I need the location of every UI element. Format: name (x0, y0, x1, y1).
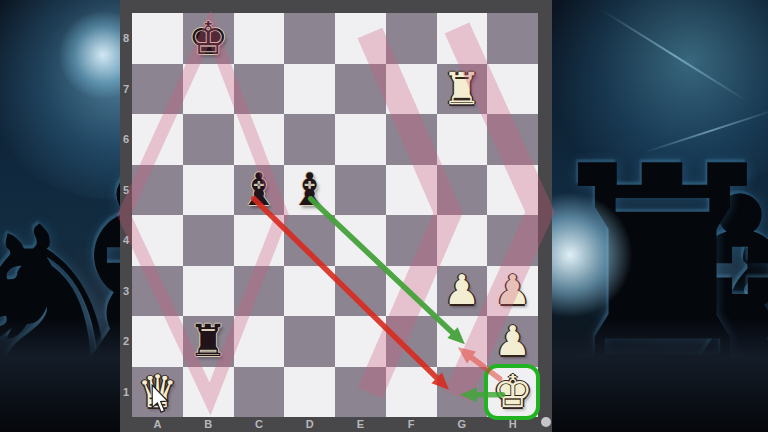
rank-label-7: 7 (120, 83, 132, 95)
square-f4[interactable] (386, 215, 437, 266)
square-d2[interactable] (284, 316, 335, 367)
square-g5[interactable] (437, 165, 488, 216)
file-label-e: E (357, 418, 364, 430)
square-e1[interactable] (335, 367, 386, 418)
square-h5[interactable] (487, 165, 538, 216)
square-d8[interactable] (284, 13, 335, 64)
square-d3[interactable] (284, 266, 335, 317)
piece-white-pawn-h3[interactable]: ♟ (487, 266, 538, 317)
square-e6[interactable] (335, 114, 386, 165)
file-label-h: H (509, 418, 517, 430)
rank-label-4: 4 (120, 234, 132, 246)
piece-black-king-b8[interactable]: ♚ (183, 13, 234, 64)
rank-label-6: 6 (120, 133, 132, 145)
file-label-c: C (255, 418, 263, 430)
rank-label-5: 5 (120, 184, 132, 196)
square-d6[interactable] (284, 114, 335, 165)
highlight-h1 (484, 364, 540, 420)
square-f2[interactable] (386, 316, 437, 367)
square-e8[interactable] (335, 13, 386, 64)
piece-white-pawn-h2[interactable]: ♟ (487, 316, 538, 367)
piece-white-rook-g7[interactable]: ♜ (437, 64, 488, 115)
square-g4[interactable] (437, 215, 488, 266)
square-b4[interactable] (183, 215, 234, 266)
square-g8[interactable] (437, 13, 488, 64)
square-c4[interactable] (234, 215, 285, 266)
chess-board[interactable]: ♚♜♝♝♟♟♜♟♛♚ (132, 13, 538, 417)
square-d7[interactable] (284, 64, 335, 115)
square-c7[interactable] (234, 64, 285, 115)
square-e3[interactable] (335, 266, 386, 317)
screenshot-root: { "game": "chess", "position": { "fen": … (0, 0, 768, 432)
piece-black-bishop-d5[interactable]: ♝ (284, 165, 335, 216)
square-a4[interactable] (132, 215, 183, 266)
rank-label-1: 1 (120, 386, 132, 398)
square-g2[interactable] (437, 316, 488, 367)
square-d4[interactable] (284, 215, 335, 266)
square-e2[interactable] (335, 316, 386, 367)
piece-black-bishop-c5[interactable]: ♝ (234, 165, 285, 216)
square-h6[interactable] (487, 114, 538, 165)
square-f8[interactable] (386, 13, 437, 64)
square-h7[interactable] (487, 64, 538, 115)
file-label-b: B (204, 418, 212, 430)
square-d1[interactable] (284, 367, 335, 418)
square-b3[interactable] (183, 266, 234, 317)
square-e5[interactable] (335, 165, 386, 216)
square-b5[interactable] (183, 165, 234, 216)
square-b6[interactable] (183, 114, 234, 165)
square-g1[interactable] (437, 367, 488, 418)
square-f1[interactable] (386, 367, 437, 418)
square-e4[interactable] (335, 215, 386, 266)
square-a5[interactable] (132, 165, 183, 216)
square-h8[interactable] (487, 13, 538, 64)
square-g6[interactable] (437, 114, 488, 165)
square-a3[interactable] (132, 266, 183, 317)
square-b7[interactable] (183, 64, 234, 115)
square-a6[interactable] (132, 114, 183, 165)
square-c2[interactable] (234, 316, 285, 367)
square-c8[interactable] (234, 13, 285, 64)
square-c6[interactable] (234, 114, 285, 165)
rank-label-8: 8 (120, 32, 132, 44)
rank-label-2: 2 (120, 335, 132, 347)
square-f3[interactable] (386, 266, 437, 317)
mouse-cursor (149, 384, 171, 414)
square-f6[interactable] (386, 114, 437, 165)
file-label-d: D (306, 418, 314, 430)
square-a2[interactable] (132, 316, 183, 367)
square-c3[interactable] (234, 266, 285, 317)
file-label-a: A (153, 418, 161, 430)
piece-white-pawn-g3[interactable]: ♟ (437, 266, 488, 317)
square-c1[interactable] (234, 367, 285, 418)
frame-corner-dot (541, 417, 551, 427)
square-f5[interactable] (386, 165, 437, 216)
file-label-f: F (408, 418, 415, 430)
square-f7[interactable] (386, 64, 437, 115)
square-h4[interactable] (487, 215, 538, 266)
piece-black-rook-b2[interactable]: ♜ (183, 316, 234, 367)
file-label-g: G (458, 418, 467, 430)
board-frame: 87654321 ABCDEFGH ♚♜♝♝♟♟♜♟♛♚ (120, 0, 552, 432)
square-e7[interactable] (335, 64, 386, 115)
square-b1[interactable] (183, 367, 234, 418)
rank-label-3: 3 (120, 285, 132, 297)
square-a8[interactable] (132, 13, 183, 64)
square-a7[interactable] (132, 64, 183, 115)
